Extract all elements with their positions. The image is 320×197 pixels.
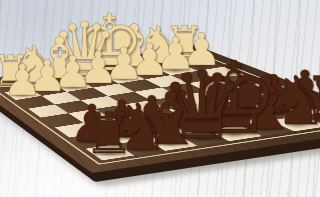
piece-white-pawn-a2: ♟: [3, 60, 42, 101]
pieces-layer: ♜♞♝♛♚♝♞♜♟♟♟♟♟♟♟♟♟♟♟♟♟♟♟♟♜♞♝♛♚♝♞♜: [0, 0, 320, 197]
piece-black-rook-a8: ♜: [84, 108, 134, 161]
chess-photo-scene: ♜♞♝♛♚♝♞♜♟♟♟♟♟♟♟♟♟♟♟♟♟♟♟♟♜♞♝♛♚♝♞♜: [0, 0, 320, 197]
